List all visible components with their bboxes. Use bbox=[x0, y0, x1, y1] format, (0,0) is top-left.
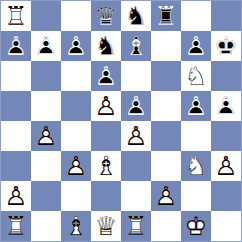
white-pawn: ♟♙ bbox=[121, 121, 151, 151]
square-f8[interactable]: ♜♖ bbox=[151, 1, 181, 31]
black-pawn: ♟♙ bbox=[31, 31, 61, 61]
white-knight: ♞♘ bbox=[181, 151, 211, 181]
white-pawn: ♟♙ bbox=[211, 151, 241, 181]
white-king: ♚♔ bbox=[181, 211, 211, 241]
square-d3[interactable]: ♝♗ bbox=[91, 151, 121, 181]
square-e2[interactable] bbox=[121, 181, 151, 211]
square-c7[interactable]: ♟♙ bbox=[61, 31, 91, 61]
square-f5[interactable] bbox=[151, 91, 181, 121]
square-h2[interactable] bbox=[211, 181, 241, 211]
black-bishop: ♝♗ bbox=[121, 31, 151, 61]
black-pawn: ♟♙ bbox=[181, 31, 211, 61]
square-b1[interactable] bbox=[31, 211, 61, 241]
white-bishop: ♝♗ bbox=[91, 151, 121, 181]
square-c5[interactable] bbox=[61, 91, 91, 121]
square-h6[interactable] bbox=[211, 61, 241, 91]
square-a6[interactable] bbox=[1, 61, 31, 91]
white-pawn: ♟♙ bbox=[31, 121, 61, 151]
square-h5[interactable]: ♟♙ bbox=[211, 91, 241, 121]
square-f4[interactable] bbox=[151, 121, 181, 151]
square-b5[interactable] bbox=[31, 91, 61, 121]
square-e5[interactable]: ♟♙ bbox=[121, 91, 151, 121]
square-g6[interactable]: ♞♘ bbox=[181, 61, 211, 91]
chess-board: ♜♖♛♕♞♘♜♖♟♙♟♙♟♙♞♘♝♗♟♙♚♔♟♙♞♘♟♙♟♙♟♙♟♙♟♙♟♙♟♙… bbox=[0, 0, 242, 242]
white-knight: ♞♘ bbox=[181, 61, 211, 91]
square-b3[interactable] bbox=[31, 151, 61, 181]
square-c3[interactable]: ♟♙ bbox=[61, 151, 91, 181]
square-h8[interactable] bbox=[211, 1, 241, 31]
square-e7[interactable]: ♝♗ bbox=[121, 31, 151, 61]
black-rook: ♜♖ bbox=[151, 1, 181, 31]
square-a1[interactable]: ♜♖ bbox=[1, 211, 31, 241]
white-pawn: ♟♙ bbox=[151, 181, 181, 211]
square-g3[interactable]: ♞♘ bbox=[181, 151, 211, 181]
square-d2[interactable] bbox=[91, 181, 121, 211]
square-f7[interactable] bbox=[151, 31, 181, 61]
square-h7[interactable]: ♚♔ bbox=[211, 31, 241, 61]
square-h1[interactable] bbox=[211, 211, 241, 241]
black-pawn: ♟♙ bbox=[61, 31, 91, 61]
square-e1[interactable]: ♜♖ bbox=[121, 211, 151, 241]
square-a8[interactable]: ♜♖ bbox=[1, 1, 31, 31]
black-pawn: ♟♙ bbox=[121, 91, 151, 121]
square-b8[interactable] bbox=[31, 1, 61, 31]
square-g8[interactable] bbox=[181, 1, 211, 31]
black-knight: ♞♘ bbox=[121, 1, 151, 31]
square-e4[interactable]: ♟♙ bbox=[121, 121, 151, 151]
square-a3[interactable] bbox=[1, 151, 31, 181]
square-g4[interactable] bbox=[181, 121, 211, 151]
white-pawn: ♟♙ bbox=[1, 181, 31, 211]
black-pawn: ♟♙ bbox=[91, 61, 121, 91]
square-d7[interactable]: ♞♘ bbox=[91, 31, 121, 61]
black-king: ♚♔ bbox=[211, 31, 241, 61]
chess-board-container: ♜♖♛♕♞♘♜♖♟♙♟♙♟♙♞♘♝♗♟♙♚♔♟♙♞♘♟♙♟♙♟♙♟♙♟♙♟♙♟♙… bbox=[0, 0, 242, 242]
square-a7[interactable]: ♟♙ bbox=[1, 31, 31, 61]
square-b4[interactable]: ♟♙ bbox=[31, 121, 61, 151]
square-a2[interactable]: ♟♙ bbox=[1, 181, 31, 211]
white-rook: ♜♖ bbox=[121, 211, 151, 241]
square-d1[interactable]: ♛♕ bbox=[91, 211, 121, 241]
square-a5[interactable] bbox=[1, 91, 31, 121]
white-pawn: ♟♙ bbox=[61, 151, 91, 181]
square-e8[interactable]: ♞♘ bbox=[121, 1, 151, 31]
square-c2[interactable] bbox=[61, 181, 91, 211]
square-a4[interactable] bbox=[1, 121, 31, 151]
square-e6[interactable] bbox=[121, 61, 151, 91]
square-g5[interactable]: ♟♙ bbox=[181, 91, 211, 121]
square-c1[interactable]: ♝♗ bbox=[61, 211, 91, 241]
black-knight: ♞♘ bbox=[91, 31, 121, 61]
square-b2[interactable] bbox=[31, 181, 61, 211]
square-d8[interactable]: ♛♕ bbox=[91, 1, 121, 31]
black-pawn: ♟♙ bbox=[181, 91, 211, 121]
white-rook: ♜♖ bbox=[1, 211, 31, 241]
square-b7[interactable]: ♟♙ bbox=[31, 31, 61, 61]
square-h4[interactable] bbox=[211, 121, 241, 151]
white-rook: ♜♖ bbox=[1, 1, 31, 31]
white-pawn: ♟♙ bbox=[91, 91, 121, 121]
square-f3[interactable] bbox=[151, 151, 181, 181]
square-e3[interactable] bbox=[121, 151, 151, 181]
square-g2[interactable] bbox=[181, 181, 211, 211]
square-g7[interactable]: ♟♙ bbox=[181, 31, 211, 61]
square-f2[interactable]: ♟♙ bbox=[151, 181, 181, 211]
black-pawn: ♟♙ bbox=[211, 91, 241, 121]
square-d5[interactable]: ♟♙ bbox=[91, 91, 121, 121]
square-f1[interactable] bbox=[151, 211, 181, 241]
white-bishop: ♝♗ bbox=[61, 211, 91, 241]
square-d6[interactable]: ♟♙ bbox=[91, 61, 121, 91]
square-h3[interactable]: ♟♙ bbox=[211, 151, 241, 181]
black-queen: ♛♕ bbox=[91, 1, 121, 31]
square-f6[interactable] bbox=[151, 61, 181, 91]
black-pawn: ♟♙ bbox=[1, 31, 31, 61]
square-d4[interactable] bbox=[91, 121, 121, 151]
square-c6[interactable] bbox=[61, 61, 91, 91]
white-queen: ♛♕ bbox=[91, 211, 121, 241]
square-g1[interactable]: ♚♔ bbox=[181, 211, 211, 241]
square-c8[interactable] bbox=[61, 1, 91, 31]
square-b6[interactable] bbox=[31, 61, 61, 91]
square-c4[interactable] bbox=[61, 121, 91, 151]
